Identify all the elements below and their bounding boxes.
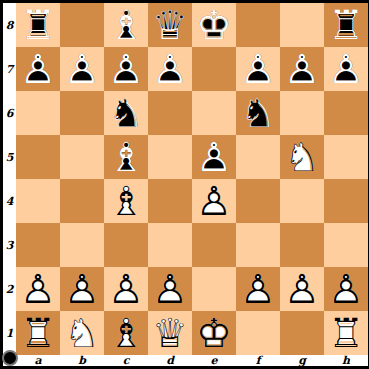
black-piece-outline: ♗: [104, 3, 148, 47]
black-piece-outline: ♘: [236, 91, 280, 135]
black-piece-outline: ♙: [60, 47, 104, 91]
white-pawn-piece: ♟: [16, 267, 60, 311]
white-pawn-piece: ♟: [324, 267, 368, 311]
square-h1[interactable]: ♜♖: [324, 311, 368, 355]
square-d6[interactable]: [148, 91, 192, 135]
square-c2[interactable]: ♟♙: [104, 267, 148, 311]
square-e3[interactable]: [192, 223, 236, 267]
square-f5[interactable]: [236, 135, 280, 179]
square-d7[interactable]: ♟♙: [148, 47, 192, 91]
square-h4[interactable]: [324, 179, 368, 223]
black-rook-piece: ♜: [16, 3, 60, 47]
white-rook-piece: ♜: [324, 311, 368, 355]
square-a1[interactable]: ♜♖: [16, 311, 60, 355]
white-bishop-piece: ♝: [104, 311, 148, 355]
white-piece-outline: ♕: [148, 311, 192, 355]
rank-label-7: 7: [3, 47, 16, 91]
square-d4[interactable]: [148, 179, 192, 223]
chess-diagram: ♜♖♝♗♛♕♚♔♜♖♟♙♟♙♟♙♟♙♟♙♟♙♟♙♞♘♞♘♝♗♟♙♞♘♝♗♟♙♟♙…: [0, 0, 369, 369]
square-g8[interactable]: [280, 3, 324, 47]
white-piece-outline: ♘: [280, 135, 324, 179]
square-g6[interactable]: [280, 91, 324, 135]
white-pawn-piece: ♟: [236, 267, 280, 311]
file-label-a: a: [16, 354, 60, 367]
black-piece-outline: ♙: [104, 47, 148, 91]
square-f8[interactable]: [236, 3, 280, 47]
square-h6[interactable]: [324, 91, 368, 135]
black-piece-outline: ♘: [104, 91, 148, 135]
rank-label-2: 2: [3, 267, 16, 311]
square-c7[interactable]: ♟♙: [104, 47, 148, 91]
rank-label-8: 8: [3, 3, 16, 47]
square-e8[interactable]: ♚♔: [192, 3, 236, 47]
black-pawn-piece: ♟: [192, 135, 236, 179]
square-b4[interactable]: [60, 179, 104, 223]
black-queen-piece: ♛: [148, 3, 192, 47]
black-piece-outline: ♖: [16, 3, 60, 47]
square-d8[interactable]: ♛♕: [148, 3, 192, 47]
white-piece-outline: ♘: [60, 311, 104, 355]
square-h3[interactable]: [324, 223, 368, 267]
square-h8[interactable]: ♜♖: [324, 3, 368, 47]
square-e4[interactable]: ♟♙: [192, 179, 236, 223]
square-d5[interactable]: [148, 135, 192, 179]
white-king-piece: ♚: [192, 311, 236, 355]
black-piece-outline: ♙: [324, 47, 368, 91]
black-bishop-piece: ♝: [104, 3, 148, 47]
square-a7[interactable]: ♟♙: [16, 47, 60, 91]
square-a3[interactable]: [16, 223, 60, 267]
black-piece-outline: ♙: [236, 47, 280, 91]
white-piece-outline: ♙: [192, 179, 236, 223]
rank-label-1: 1: [3, 311, 16, 355]
white-knight-piece: ♞: [280, 135, 324, 179]
square-d3[interactable]: [148, 223, 192, 267]
square-b5[interactable]: [60, 135, 104, 179]
black-bishop-piece: ♝: [104, 135, 148, 179]
white-piece-outline: ♖: [324, 311, 368, 355]
black-pawn-piece: ♟: [280, 47, 324, 91]
black-pawn-piece: ♟: [16, 47, 60, 91]
black-pawn-piece: ♟: [324, 47, 368, 91]
square-a8[interactable]: ♜♖: [16, 3, 60, 47]
black-pawn-piece: ♟: [148, 47, 192, 91]
square-b7[interactable]: ♟♙: [60, 47, 104, 91]
square-b3[interactable]: [60, 223, 104, 267]
black-piece-outline: ♙: [192, 135, 236, 179]
square-a4[interactable]: [16, 179, 60, 223]
black-piece-outline: ♗: [104, 135, 148, 179]
square-g2[interactable]: ♟♙: [280, 267, 324, 311]
square-b2[interactable]: ♟♙: [60, 267, 104, 311]
square-a5[interactable]: [16, 135, 60, 179]
side-to-move-indicator: [2, 350, 18, 366]
white-piece-outline: ♙: [60, 267, 104, 311]
white-piece-outline: ♗: [104, 311, 148, 355]
black-piece-outline: ♙: [148, 47, 192, 91]
square-f6[interactable]: ♞♘: [236, 91, 280, 135]
black-king-piece: ♚: [192, 3, 236, 47]
square-a6[interactable]: [16, 91, 60, 135]
black-pawn-piece: ♟: [104, 47, 148, 91]
square-c3[interactable]: [104, 223, 148, 267]
square-f2[interactable]: ♟♙: [236, 267, 280, 311]
white-piece-outline: ♖: [16, 311, 60, 355]
file-label-d: d: [148, 354, 192, 367]
white-pawn-piece: ♟: [148, 267, 192, 311]
white-piece-outline: ♙: [16, 267, 60, 311]
white-rook-piece: ♜: [16, 311, 60, 355]
file-labels: abcdefgh: [16, 354, 368, 366]
rank-label-3: 3: [3, 223, 16, 267]
square-f4[interactable]: [236, 179, 280, 223]
white-pawn-piece: ♟: [280, 267, 324, 311]
square-f7[interactable]: ♟♙: [236, 47, 280, 91]
file-label-c: c: [104, 354, 148, 367]
black-piece-outline: ♙: [280, 47, 324, 91]
square-c5[interactable]: ♝♗: [104, 135, 148, 179]
rank-labels: 87654321: [3, 3, 16, 355]
black-knight-piece: ♞: [236, 91, 280, 135]
square-h2[interactable]: ♟♙: [324, 267, 368, 311]
square-d2[interactable]: ♟♙: [148, 267, 192, 311]
square-b1[interactable]: ♞♘: [60, 311, 104, 355]
rank-label-4: 4: [3, 179, 16, 223]
black-knight-piece: ♞: [104, 91, 148, 135]
white-knight-piece: ♞: [60, 311, 104, 355]
white-piece-outline: ♔: [192, 311, 236, 355]
square-c1[interactable]: ♝♗: [104, 311, 148, 355]
square-e6[interactable]: [192, 91, 236, 135]
white-piece-outline: ♙: [280, 267, 324, 311]
white-bishop-piece: ♝: [104, 179, 148, 223]
black-pawn-piece: ♟: [236, 47, 280, 91]
square-g3[interactable]: [280, 223, 324, 267]
square-h7[interactable]: ♟♙: [324, 47, 368, 91]
square-e7[interactable]: [192, 47, 236, 91]
rank-label-5: 5: [3, 135, 16, 179]
black-piece-outline: ♔: [192, 3, 236, 47]
file-label-b: b: [60, 354, 104, 367]
square-b6[interactable]: [60, 91, 104, 135]
square-g7[interactable]: ♟♙: [280, 47, 324, 91]
black-rook-piece: ♜: [324, 3, 368, 47]
file-label-e: e: [192, 354, 236, 367]
square-f3[interactable]: [236, 223, 280, 267]
black-piece-outline: ♙: [16, 47, 60, 91]
square-g4[interactable]: [280, 179, 324, 223]
white-queen-piece: ♛: [148, 311, 192, 355]
square-e2[interactable]: [192, 267, 236, 311]
file-label-f: f: [236, 354, 280, 367]
white-piece-outline: ♗: [104, 179, 148, 223]
square-g1[interactable]: [280, 311, 324, 355]
white-pawn-piece: ♟: [60, 267, 104, 311]
square-b8[interactable]: [60, 3, 104, 47]
black-piece-outline: ♕: [148, 3, 192, 47]
rank-label-6: 6: [3, 91, 16, 135]
square-c8[interactable]: ♝♗: [104, 3, 148, 47]
white-pawn-piece: ♟: [192, 179, 236, 223]
square-f1[interactable]: [236, 311, 280, 355]
square-e5[interactable]: ♟♙: [192, 135, 236, 179]
square-e1[interactable]: ♚♔: [192, 311, 236, 355]
white-piece-outline: ♙: [148, 267, 192, 311]
white-piece-outline: ♙: [236, 267, 280, 311]
white-piece-outline: ♙: [324, 267, 368, 311]
white-pawn-piece: ♟: [104, 267, 148, 311]
black-pawn-piece: ♟: [60, 47, 104, 91]
file-label-g: g: [280, 354, 324, 367]
square-g5[interactable]: ♞♘: [280, 135, 324, 179]
white-piece-outline: ♙: [104, 267, 148, 311]
square-d1[interactable]: ♛♕: [148, 311, 192, 355]
chess-board: ♜♖♝♗♛♕♚♔♜♖♟♙♟♙♟♙♟♙♟♙♟♙♟♙♞♘♞♘♝♗♟♙♞♘♝♗♟♙♟♙…: [16, 3, 368, 355]
file-label-h: h: [324, 354, 368, 367]
square-c6[interactable]: ♞♘: [104, 91, 148, 135]
square-h5[interactable]: [324, 135, 368, 179]
square-a2[interactable]: ♟♙: [16, 267, 60, 311]
black-piece-outline: ♖: [324, 3, 368, 47]
square-c4[interactable]: ♝♗: [104, 179, 148, 223]
